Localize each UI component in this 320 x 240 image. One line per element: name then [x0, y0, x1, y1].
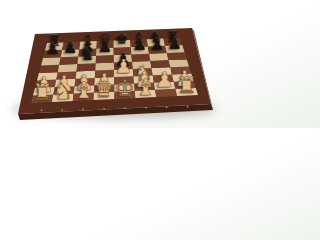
square-h6[interactable] — [167, 52, 187, 60]
piece-black-knight-c6[interactable]: ♞ — [79, 46, 94, 63]
piece-black-pawn-a7[interactable]: ♟ — [45, 41, 59, 57]
dgt-sensor-dot — [41, 109, 43, 111]
piece-black-pawn-f7[interactable]: ♟ — [133, 37, 147, 53]
dgt-sensor-dot — [62, 109, 64, 111]
piece-white-knight-b1[interactable]: ♞ — [53, 79, 73, 101]
piece-white-rook-a1[interactable]: ♜ — [32, 80, 52, 102]
square-d6[interactable] — [96, 55, 114, 63]
piece-white-rook-h1[interactable]: ♜ — [176, 74, 196, 96]
dgt-sensor-dot — [82, 108, 84, 110]
piece-white-queen-d1[interactable]: ♛ — [94, 77, 114, 99]
piece-black-pawn-h7[interactable]: ♟ — [167, 36, 181, 52]
piece-white-bishop-c1[interactable]: ♝ — [73, 78, 93, 100]
dgt-sensor-dot — [124, 107, 126, 109]
dgt-sensor-dot — [187, 106, 189, 108]
piece-white-king-e1[interactable]: ♚ — [115, 76, 135, 98]
product-photo-scene: ♜♝♛♚♝♞♜♟♟♟♟♟♟♟♞♟♟♞♟♟♟♟♟♟♟♜♞♝♛♚♝♜ — [0, 0, 228, 128]
square-g6[interactable] — [149, 53, 168, 61]
piece-black-king-e8[interactable]: ♚ — [115, 32, 128, 47]
piece-black-pawn-g7[interactable]: ♟ — [150, 37, 164, 53]
piece-black-pawn-d7[interactable]: ♟ — [98, 39, 112, 55]
dgt-sensor-dot — [166, 106, 168, 108]
square-a6[interactable] — [41, 57, 61, 65]
piece-white-pawn-g2[interactable]: ♟ — [155, 68, 174, 89]
square-b6[interactable] — [59, 57, 78, 65]
dgt-sensor-dot — [145, 107, 147, 109]
piece-black-pawn-b7[interactable]: ♟ — [63, 40, 77, 56]
piece-white-bishop-f1[interactable]: ♝ — [135, 75, 155, 97]
dgt-sensor-dot — [103, 108, 105, 110]
